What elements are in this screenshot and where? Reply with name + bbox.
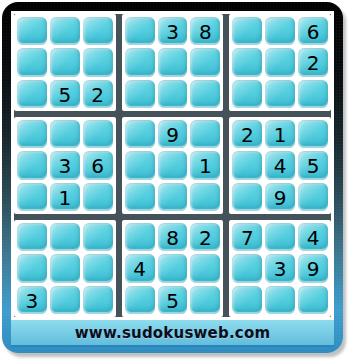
cell-r6c8[interactable]: 9 [265, 183, 295, 211]
box-r1c3: 62 [229, 14, 331, 111]
cell-r3c8[interactable] [265, 80, 295, 108]
cell-r7c8[interactable] [265, 223, 295, 251]
cell-r1c4[interactable] [125, 17, 155, 45]
cell-r2c6[interactable] [190, 48, 220, 76]
box-r1c2: 38 [122, 14, 224, 111]
cell-r5c8[interactable]: 4 [265, 151, 295, 179]
cell-r5c2[interactable]: 3 [50, 151, 80, 179]
cell-r5c4[interactable] [125, 151, 155, 179]
cell-r4c5[interactable]: 9 [158, 120, 188, 148]
digit: 5 [307, 156, 320, 176]
cell-r5c5[interactable] [158, 151, 188, 179]
box-r2c3: 21459 [229, 117, 331, 214]
cell-r6c7[interactable] [232, 183, 262, 211]
cell-r3c5[interactable] [158, 80, 188, 108]
cell-r4c2[interactable] [50, 120, 80, 148]
cell-r8c8[interactable]: 3 [265, 254, 295, 282]
cell-r8c7[interactable] [232, 254, 262, 282]
cell-r3c6[interactable] [190, 80, 220, 108]
cell-r6c3[interactable] [83, 183, 113, 211]
sudoku-app: 5238623619121459382457439 www.sudokusweb… [0, 0, 350, 360]
cell-r2c3[interactable] [83, 48, 113, 76]
digit: 3 [274, 259, 287, 279]
cell-r2c7[interactable] [232, 48, 262, 76]
cell-r3c7[interactable] [232, 80, 262, 108]
cell-r3c3[interactable]: 2 [83, 80, 113, 108]
cell-r1c6[interactable]: 8 [190, 17, 220, 45]
cell-r7c4[interactable] [125, 223, 155, 251]
digit: 6 [91, 156, 104, 176]
digit: 4 [307, 228, 320, 248]
digit: 2 [307, 53, 320, 73]
cell-r2c8[interactable] [265, 48, 295, 76]
cell-r9c2[interactable] [50, 286, 80, 314]
digit: 9 [307, 259, 320, 279]
digit: 2 [199, 228, 212, 248]
cell-r9c9[interactable] [298, 286, 328, 314]
cell-r2c2[interactable] [50, 48, 80, 76]
cell-r9c8[interactable] [265, 286, 295, 314]
cell-r5c9[interactable]: 5 [298, 151, 328, 179]
cell-r3c1[interactable] [17, 80, 47, 108]
cell-r8c2[interactable] [50, 254, 80, 282]
cell-r9c5[interactable]: 5 [158, 286, 188, 314]
cell-r5c6[interactable]: 1 [190, 151, 220, 179]
box-r2c1: 361 [14, 117, 116, 214]
cell-r7c1[interactable] [17, 223, 47, 251]
cell-r2c5[interactable] [158, 48, 188, 76]
cell-r8c1[interactable] [17, 254, 47, 282]
cell-r7c9[interactable]: 4 [298, 223, 328, 251]
digit: 3 [26, 291, 39, 311]
cell-r5c7[interactable] [232, 151, 262, 179]
cell-r6c6[interactable] [190, 183, 220, 211]
cell-r8c6[interactable] [190, 254, 220, 282]
digit: 9 [166, 125, 179, 145]
digit: 3 [166, 22, 179, 42]
box-r3c1: 3 [14, 220, 116, 317]
cell-r6c1[interactable] [17, 183, 47, 211]
cell-r6c2[interactable]: 1 [50, 183, 80, 211]
cell-r6c5[interactable] [158, 183, 188, 211]
cell-r9c6[interactable] [190, 286, 220, 314]
cell-r9c1[interactable]: 3 [17, 286, 47, 314]
digit: 8 [199, 22, 212, 42]
cell-r4c6[interactable] [190, 120, 220, 148]
cell-r8c5[interactable] [158, 254, 188, 282]
cell-r3c2[interactable]: 5 [50, 80, 80, 108]
cell-r7c2[interactable] [50, 223, 80, 251]
cell-r7c5[interactable]: 8 [158, 223, 188, 251]
sudoku-board: 5238623619121459382457439 [11, 11, 334, 320]
cell-r4c7[interactable]: 2 [232, 120, 262, 148]
cell-r4c9[interactable] [298, 120, 328, 148]
cell-r2c9[interactable]: 2 [298, 48, 328, 76]
cell-r1c7[interactable] [232, 17, 262, 45]
digit: 4 [274, 156, 287, 176]
cell-r4c4[interactable] [125, 120, 155, 148]
cell-r9c7[interactable] [232, 286, 262, 314]
cell-r3c4[interactable] [125, 80, 155, 108]
box-r2c2: 91 [122, 117, 224, 214]
cell-r5c1[interactable] [17, 151, 47, 179]
cell-r1c9[interactable]: 6 [298, 17, 328, 45]
digit: 5 [166, 291, 179, 311]
cell-r2c1[interactable] [17, 48, 47, 76]
cell-r9c3[interactable] [83, 286, 113, 314]
cell-r5c3[interactable]: 6 [83, 151, 113, 179]
digit: 3 [58, 156, 71, 176]
digit: 9 [274, 188, 287, 208]
cell-r2c4[interactable] [125, 48, 155, 76]
cell-r1c3[interactable] [83, 17, 113, 45]
digit: 2 [241, 125, 254, 145]
digit: 1 [274, 125, 287, 145]
cell-r3c9[interactable] [298, 80, 328, 108]
cell-r9c4[interactable] [125, 286, 155, 314]
cell-r1c1[interactable] [17, 17, 47, 45]
box-r3c3: 7439 [229, 220, 331, 317]
cell-r1c5[interactable]: 3 [158, 17, 188, 45]
digit: 1 [199, 156, 212, 176]
digit: 8 [166, 228, 179, 248]
cell-r7c6[interactable]: 2 [190, 223, 220, 251]
cell-r8c9[interactable]: 9 [298, 254, 328, 282]
digit: 7 [241, 228, 254, 248]
cell-r8c4[interactable]: 4 [125, 254, 155, 282]
digit: 4 [133, 259, 146, 279]
cell-r6c9[interactable] [298, 183, 328, 211]
box-r3c2: 8245 [122, 220, 224, 317]
digit: 5 [58, 85, 71, 105]
cell-r7c3[interactable] [83, 223, 113, 251]
cell-r7c7[interactable]: 7 [232, 223, 262, 251]
footer-band: www.sudokusweb.com [11, 320, 334, 347]
cell-r8c3[interactable] [83, 254, 113, 282]
cell-r1c8[interactable] [265, 17, 295, 45]
cell-r6c4[interactable] [125, 183, 155, 211]
digit: 2 [91, 85, 104, 105]
cell-r4c3[interactable] [83, 120, 113, 148]
site-url: www.sudokusweb.com [75, 324, 270, 342]
cell-r1c2[interactable] [50, 17, 80, 45]
box-r1c1: 52 [14, 14, 116, 111]
cell-r4c8[interactable]: 1 [265, 120, 295, 148]
digit: 1 [58, 188, 71, 208]
cell-r4c1[interactable] [17, 120, 47, 148]
digit: 6 [307, 22, 320, 42]
